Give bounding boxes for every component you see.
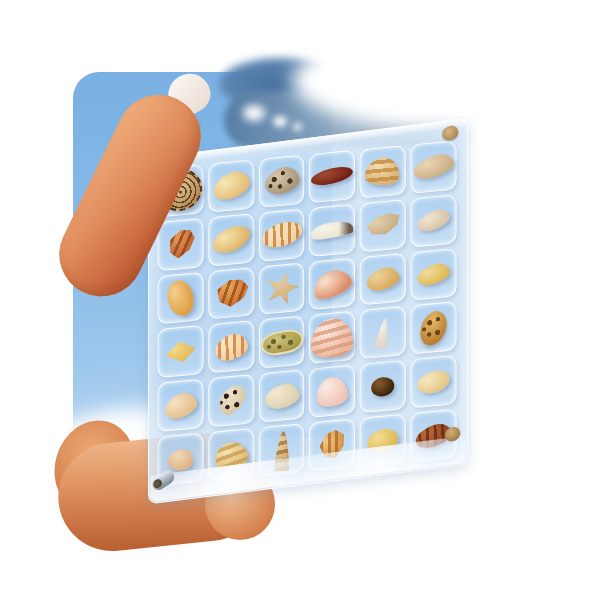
cell-r5c4 [309,365,355,418]
cell-r5c3 [259,370,305,423]
cell-r2c2 [208,213,254,266]
shell-maroon-olive [310,164,354,189]
cell-r3c2 [208,267,254,320]
shell-peach-drop [162,389,199,422]
cell-r2c1 [158,218,204,271]
cell-r2c5 [360,199,406,252]
shell-checkered-cone [213,382,249,419]
shell-orange-whelk [164,227,198,262]
cell-r4c4 [309,311,355,364]
shell-white-auger-lying [311,219,354,242]
shell-amber-cowrie [416,308,451,348]
cell-r5c6 [411,355,457,408]
cell-r3c1 [158,272,204,325]
shell-ruffled-pink-clam [311,316,353,358]
cell-r1c5 [360,145,406,198]
cell-r4c1 [158,325,204,378]
cell-r2c6 [411,194,457,247]
cell-r1c3 [259,155,305,208]
cell-r3c4 [309,257,355,310]
shell-orange-egg [164,277,197,320]
shell-dark-nut-shell [371,376,394,397]
shell-butter-oval [415,367,451,397]
shell-flame-streak-shell [213,330,250,364]
shell-pale-dome [415,206,451,235]
display-case [148,118,468,505]
cell-r1c2 [208,159,254,212]
shell-yellow-olive [209,221,253,259]
cell-r1c4 [309,150,355,203]
shell-pink-clam [316,374,349,408]
shell-cream-wedge [210,168,252,204]
cell-r3c5 [360,253,406,306]
cell-r4c2 [208,321,254,374]
cell-r4c6 [411,302,457,355]
shell-ridged-conch [364,157,403,187]
shell-gold-chip [416,260,452,288]
cell-r2c4 [309,204,355,257]
cell-r2c3 [259,208,305,261]
shell-sunset-clam [310,265,354,303]
shell-flat-tan-cone [362,211,403,241]
cell-r4c3 [259,316,305,369]
shell-tan-drift-shell [412,151,456,183]
photo-scene [0,0,600,600]
shell-spotted-cowrie [263,164,301,197]
cell-r5c5 [360,360,406,413]
shell-starfish [261,269,303,309]
shell-orange-conch [212,278,251,310]
shell-amber-chip [365,265,401,294]
sun-flare [273,116,287,127]
cell-r1c6 [411,140,457,193]
sun-flare [293,123,302,131]
shell-pale-flat-shell [263,381,300,412]
cell-r3c6 [411,248,457,301]
cell-r5c1 [158,379,204,432]
shell-striped-mitre [260,218,304,252]
cell-r4c5 [360,306,406,359]
shell-tiny-white-spire [373,317,393,349]
cell-r5c2 [208,374,254,427]
shell-peach-chunk [166,448,194,471]
cell-r3c3 [259,262,305,315]
shell-yellow-diamond [162,337,199,368]
shell-grid [158,140,457,486]
sun-flare [243,105,265,121]
shell-olive-green-cowrie [260,327,304,357]
